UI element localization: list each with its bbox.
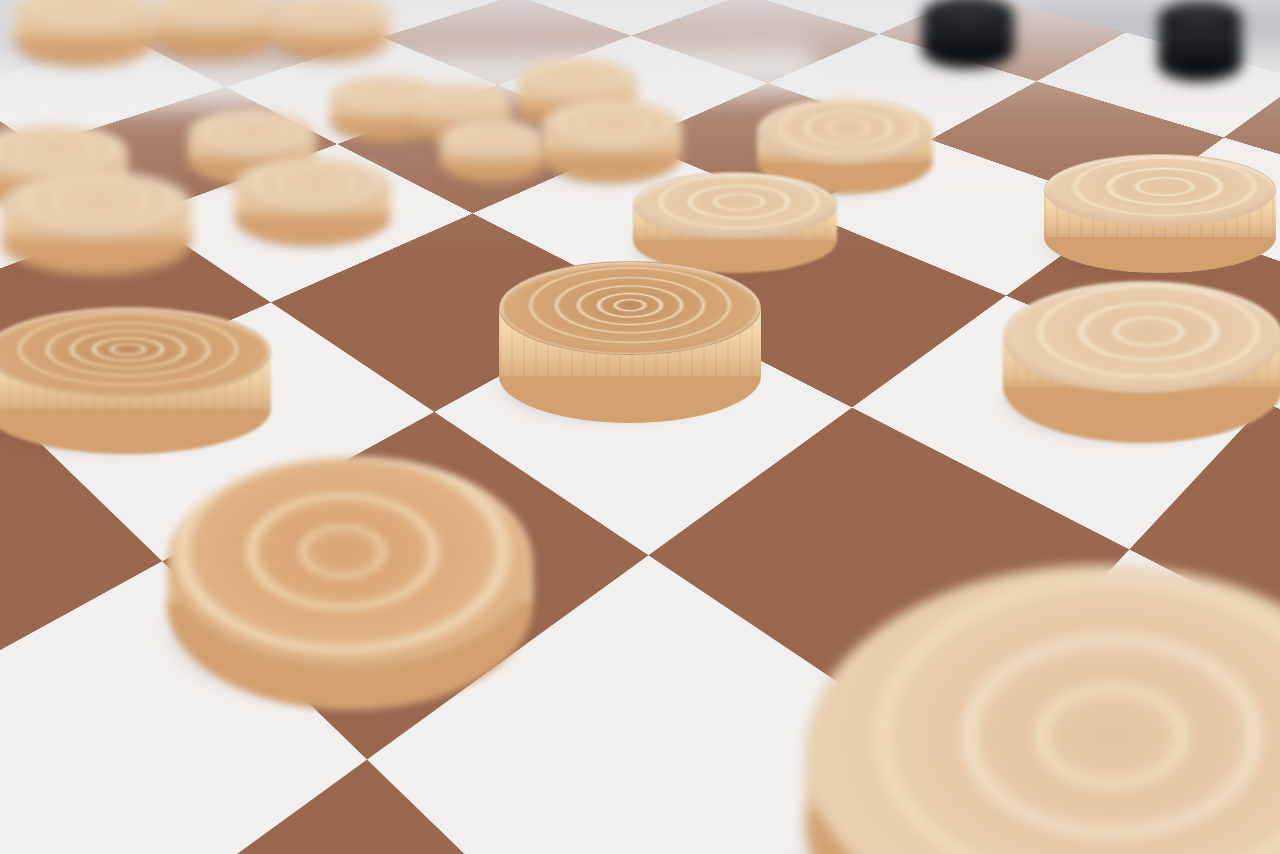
checker-piece-light[interactable] — [235, 157, 391, 246]
piece-body — [1044, 154, 1276, 273]
checker-piece-light[interactable] — [542, 99, 682, 183]
checker-piece-light[interactable] — [1044, 154, 1276, 273]
checker-piece-light[interactable] — [440, 119, 544, 183]
checker-piece-light[interactable] — [0, 307, 271, 454]
piece-body — [922, 0, 1014, 68]
piece-top-face — [167, 456, 533, 668]
piece-top-face — [188, 109, 316, 159]
piece-top-face — [2, 171, 192, 239]
piece-body — [633, 172, 837, 273]
piece-top-face — [542, 99, 682, 153]
checker-piece-light[interactable] — [633, 172, 837, 273]
piece-top-face — [1003, 281, 1280, 393]
piece-body — [235, 157, 391, 246]
piece-body — [1003, 281, 1280, 443]
piece-body — [167, 456, 533, 710]
checker-piece-light[interactable] — [805, 565, 1280, 854]
checker-piece-light[interactable] — [2, 171, 192, 275]
piece-body — [274, 0, 390, 60]
piece-top-face — [499, 261, 761, 355]
piece-body — [1158, 1, 1242, 81]
piece-body — [542, 99, 682, 183]
checker-piece-light[interactable] — [499, 261, 761, 423]
piece-body — [0, 307, 271, 454]
checker-piece-dark[interactable] — [922, 0, 1014, 68]
piece-body — [2, 171, 192, 275]
pieces-layer — [0, 0, 1280, 854]
checker-piece-light[interactable] — [167, 456, 533, 710]
piece-body — [805, 565, 1280, 854]
checker-piece-dark[interactable] — [1158, 1, 1242, 81]
piece-top-face — [414, 82, 510, 122]
piece-top-face — [757, 98, 933, 164]
photo-stage — [0, 0, 1280, 854]
piece-body — [499, 261, 761, 423]
piece-body — [440, 119, 544, 183]
piece-top-face — [633, 172, 837, 238]
checker-piece-light[interactable] — [274, 0, 390, 60]
piece-top-face — [1044, 154, 1276, 226]
piece-top-face — [1158, 1, 1242, 35]
piece-top-face — [805, 565, 1280, 854]
checker-piece-light[interactable] — [1003, 281, 1280, 443]
piece-top-face — [517, 57, 637, 103]
piece-top-face — [235, 157, 391, 215]
piece-top-face — [440, 119, 544, 161]
